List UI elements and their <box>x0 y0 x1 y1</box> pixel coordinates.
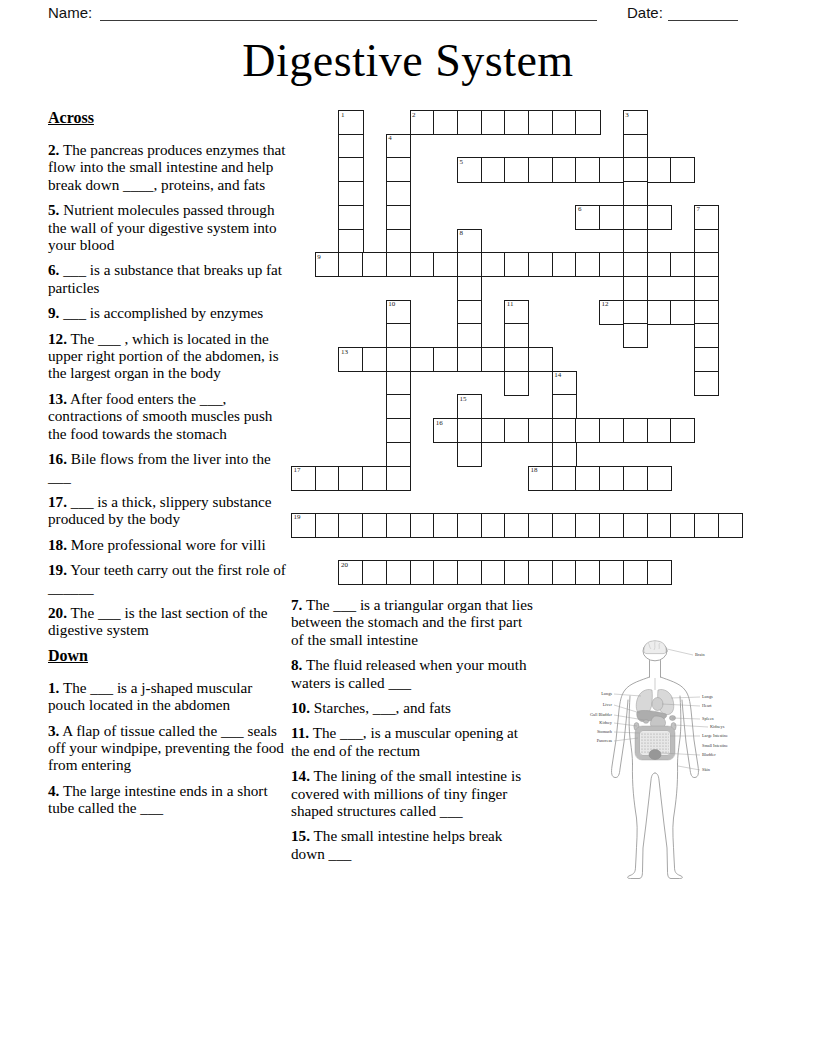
grid-cell-r10c17[interactable] <box>694 347 719 372</box>
diagram-label-pancreas: Pancreas <box>597 738 613 743</box>
diagram-label-lungs: Lungs <box>601 691 612 696</box>
leader-line-lungs <box>614 694 641 696</box>
grid-cell-r17c11[interactable] <box>552 513 577 538</box>
grid-cell-r15c1[interactable] <box>315 466 340 491</box>
grid-cell-r3c2[interactable] <box>338 181 363 206</box>
grid-cell-r14c7[interactable] <box>457 442 482 467</box>
grid-cell-r15c13[interactable] <box>599 466 624 491</box>
cell-number-20: 20 <box>341 562 348 569</box>
grid-cell-r9c14[interactable] <box>623 323 648 348</box>
grid-cell-r2c8[interactable] <box>481 157 506 182</box>
grid-cell-r17c16[interactable] <box>670 513 695 538</box>
grid-cell-r10c6[interactable] <box>433 347 458 372</box>
grid-cell-r0c12[interactable] <box>575 110 600 135</box>
cell-number-4: 4 <box>388 135 392 142</box>
grid-cell-r4c2[interactable] <box>338 205 363 230</box>
leader-line-lungs <box>671 697 700 698</box>
gall-bladder-shape <box>643 720 648 724</box>
grid-cell-r17c13[interactable] <box>599 513 624 538</box>
grid-cell-r17c15[interactable] <box>647 513 672 538</box>
clue-7: 7. The ___ is a triangular organ that li… <box>291 596 535 648</box>
grid-cell-r0c7[interactable] <box>457 110 482 135</box>
diagram-label-kidney: Kidney <box>599 720 613 725</box>
grid-cell-r10c10[interactable] <box>528 347 553 372</box>
grid-cell-r15c15[interactable] <box>647 466 672 491</box>
diagram-label-heart: Heart <box>702 703 712 708</box>
clue-1: 1. The ___ is a j-shaped muscular pouch … <box>48 679 286 714</box>
diagram-label-skin: Skin <box>702 767 711 772</box>
grid-cell-r6c15[interactable] <box>647 252 672 277</box>
clue-19: 19. Your teeth carry out the first role … <box>48 561 286 596</box>
grid-cell-r17c14[interactable] <box>623 513 648 538</box>
clue-10: 10. Starches, ___, and fats <box>291 699 535 716</box>
down-clues-left: 1. The ___ is a j-shaped muscular pouch … <box>48 679 286 817</box>
clue-2: 2. The pancreas produces enzymes that fl… <box>48 141 286 193</box>
grid-cell-r15c3[interactable] <box>362 466 387 491</box>
clue-14: 14. The lining of the small intestine is… <box>291 767 535 819</box>
grid-cell-r0c6[interactable] <box>433 110 458 135</box>
grid-cell-r13c4[interactable] <box>386 418 411 443</box>
grid-cell-r13c12[interactable] <box>575 418 600 443</box>
grid-cell-r19c6[interactable] <box>433 560 458 585</box>
body-figure: LungsLiverGall BladderKidneyStomachPancr… <box>578 634 773 884</box>
grid-cell-r9c7[interactable] <box>457 323 482 348</box>
grid-cell-r19c10[interactable] <box>528 560 553 585</box>
grid-cell-r17c7[interactable] <box>457 513 482 538</box>
grid-cell-r17c6[interactable] <box>433 513 458 538</box>
grid-cell-r12c4[interactable] <box>386 394 411 419</box>
grid-cell-r9c4[interactable] <box>386 323 411 348</box>
leader-line-brain <box>667 649 693 655</box>
grid-cell-r17c10[interactable] <box>528 513 553 538</box>
clue-5: 5. Nutrient molecules passed through the… <box>48 201 286 253</box>
grid-cell-r9c17[interactable] <box>694 323 719 348</box>
grid-cell-r8c17[interactable] <box>694 300 719 325</box>
clue-18: 18. More professional wore for villi <box>48 536 286 553</box>
grid-cell-r17c4[interactable] <box>386 513 411 538</box>
grid-cell-r6c10[interactable] <box>528 252 553 277</box>
cell-number-13: 13 <box>341 349 348 356</box>
grid-cell-r10c9[interactable] <box>504 347 529 372</box>
grid-cell-r19c7[interactable] <box>457 560 482 585</box>
diagram-label-liver: Liver <box>603 702 613 707</box>
clue-15: 15. The small intestine helps break down… <box>291 827 535 862</box>
grid-cell-r19c11[interactable] <box>552 560 577 585</box>
grid-cell-r17c5[interactable] <box>410 513 435 538</box>
clue-4: 4. The large intestine ends in a short t… <box>48 782 286 817</box>
clue-6: 6. ___ is a substance that breaks up fat… <box>48 261 286 296</box>
grid-cell-r17c1[interactable] <box>315 513 340 538</box>
diagram-label-brain: Brain <box>695 652 705 657</box>
grid-cell-r17c18[interactable] <box>718 513 743 538</box>
grid-cell-r15c4[interactable] <box>386 466 411 491</box>
grid-cell-r13c11[interactable] <box>552 418 577 443</box>
grid-cell-r6c6[interactable] <box>433 252 458 277</box>
cell-number-1: 1 <box>341 112 345 119</box>
grid-cell-r1c14[interactable] <box>623 134 648 159</box>
grid-cell-r17c17[interactable] <box>694 513 719 538</box>
grid-cell-r3c14[interactable] <box>623 181 648 206</box>
grid-cell-r17c3[interactable] <box>362 513 387 538</box>
grid-cell-r6c9[interactable] <box>504 252 529 277</box>
down-header: Down <box>48 647 88 665</box>
organs <box>634 678 676 760</box>
grid-cell-r6c2[interactable] <box>338 252 363 277</box>
cell-number-14: 14 <box>554 372 561 379</box>
grid-cell-r13c10[interactable] <box>528 418 553 443</box>
grid-cell-r19c9[interactable] <box>504 560 529 585</box>
grid-cell-r4c14[interactable] <box>623 205 648 230</box>
grid-cell-r13c15[interactable] <box>647 418 672 443</box>
clue-20: 20. The ___ is the last section of the d… <box>48 604 286 639</box>
grid-cell-r0c8[interactable] <box>481 110 506 135</box>
cell-number-19: 19 <box>294 514 301 521</box>
cell-number-18: 18 <box>531 467 538 474</box>
grid-cell-r2c11[interactable] <box>552 157 577 182</box>
grid-cell-r13c13[interactable] <box>599 418 624 443</box>
diagram-label-bladder: Bladder <box>702 752 716 757</box>
date-input-line[interactable] <box>668 20 738 21</box>
grid-cell-r0c9[interactable] <box>504 110 529 135</box>
across-clues: 2. The pancreas produces enzymes that fl… <box>48 141 286 639</box>
grid-cell-r13c14[interactable] <box>623 418 648 443</box>
grid-cell-r12c11[interactable] <box>552 394 577 419</box>
page-title: Digestive System <box>0 34 816 87</box>
grid-cell-r2c2[interactable] <box>338 157 363 182</box>
leader-line-spleen <box>672 718 700 719</box>
grid-cell-r15c12[interactable] <box>575 466 600 491</box>
diagram-label-gall-bladder: Gall Bladder <box>590 712 613 717</box>
grid-cell-r10c7[interactable] <box>457 347 482 372</box>
grid-cell-r5c2[interactable] <box>338 229 363 254</box>
grid-cell-r17c8[interactable] <box>481 513 506 538</box>
grid-cell-r6c11[interactable] <box>552 252 577 277</box>
grid-cell-r11c9[interactable] <box>504 371 529 396</box>
grid-cell-r2c9[interactable] <box>504 157 529 182</box>
grid-cell-r14c11[interactable] <box>552 442 577 467</box>
grid-cell-r0c11[interactable] <box>552 110 577 135</box>
grid-cell-r6c3[interactable] <box>362 252 387 277</box>
diagram-label-kidneys: Kidneys <box>710 724 725 729</box>
cell-number-5: 5 <box>459 159 463 166</box>
cell-number-12: 12 <box>602 301 609 308</box>
worksheet-page: Name: Date: Digestive System 12345678910… <box>0 0 816 1056</box>
grid-cell-r7c7[interactable] <box>457 276 482 301</box>
grid-cell-r10c4[interactable] <box>386 347 411 372</box>
diagram-label-spleen: Spleen <box>702 716 715 721</box>
grid-cell-r19c5[interactable] <box>410 560 435 585</box>
grid-cell-r1c2[interactable] <box>338 134 363 159</box>
grid-cell-r19c4[interactable] <box>386 560 411 585</box>
cell-number-15: 15 <box>459 396 466 403</box>
grid-cell-r6c5[interactable] <box>410 252 435 277</box>
cell-number-7: 7 <box>696 206 700 213</box>
cell-number-16: 16 <box>436 420 443 427</box>
grid-cell-r19c8[interactable] <box>481 560 506 585</box>
cell-number-11: 11 <box>507 301 514 308</box>
leader-line-pancreas <box>614 738 638 741</box>
diagram-label-large-intestine: Large Intestine <box>702 733 728 738</box>
grid-cell-r2c14[interactable] <box>623 157 648 182</box>
grid-cell-r19c14[interactable] <box>623 560 648 585</box>
grid-cell-r6c13[interactable] <box>599 252 624 277</box>
grid-cell-r7c14[interactable] <box>623 276 648 301</box>
grid-cell-r15c11[interactable] <box>552 466 577 491</box>
cell-number-8: 8 <box>459 230 463 237</box>
crossword-grid: 1234567891011121314151617181920 <box>291 110 743 586</box>
grid-cell-r0c10[interactable] <box>528 110 553 135</box>
cell-number-17: 17 <box>294 467 301 474</box>
cell-number-9: 9 <box>317 254 321 261</box>
diagram-label-lungs: Lungs <box>702 694 713 699</box>
date-label: Date: <box>627 4 663 21</box>
grid-cell-r7c17[interactable] <box>694 276 719 301</box>
grid-cell-r3c4[interactable] <box>386 181 411 206</box>
diagram-label-stomach: Stomach <box>597 729 613 734</box>
grid-cell-r2c4[interactable] <box>386 157 411 182</box>
grid-cell-r11c17[interactable] <box>694 371 719 396</box>
left-clue-column: Across 2. The pancreas produces enzymes … <box>48 109 286 825</box>
grid-cell-r5c17[interactable] <box>694 229 719 254</box>
grid-cell-r6c4[interactable] <box>386 252 411 277</box>
grid-cell-r6c8[interactable] <box>481 252 506 277</box>
grid-cell-r8c16[interactable] <box>670 300 695 325</box>
bladder-shape <box>649 750 661 760</box>
clue-17: 17. ___ is a thick, slippery substance p… <box>48 493 286 528</box>
diagram-label-small-intestine: Small Intestine <box>702 743 728 748</box>
grid-cell-r2c13[interactable] <box>599 157 624 182</box>
grid-cell-r5c14[interactable] <box>623 229 648 254</box>
grid-cell-r13c7[interactable] <box>457 418 482 443</box>
clue-13: 13. After food enters the ___, contracti… <box>48 390 286 442</box>
heart-shape <box>652 698 663 711</box>
clue-3: 3. A flap of tissue called the ___ seals… <box>48 722 286 774</box>
grid-cell-r8c7[interactable] <box>457 300 482 325</box>
grid-cell-r15c14[interactable] <box>623 466 648 491</box>
grid-cell-r8c14[interactable] <box>623 300 648 325</box>
grid-cell-r9c9[interactable] <box>504 323 529 348</box>
grid-cell-r19c3[interactable] <box>362 560 387 585</box>
middle-clue-column: 7. The ___ is a triangular organ that li… <box>291 596 535 870</box>
grid-cell-r6c14[interactable] <box>623 252 648 277</box>
grid-cell-r19c15[interactable] <box>647 560 672 585</box>
leader-line-skin <box>678 766 700 770</box>
grid-cell-r17c2[interactable] <box>338 513 363 538</box>
name-label: Name: <box>48 4 92 21</box>
clue-9: 9. ___ is accomplished by enzymes <box>48 304 286 321</box>
cell-number-2: 2 <box>412 112 416 119</box>
grid-cell-r6c7[interactable] <box>457 252 482 277</box>
clue-16: 16. Bile flows from the liver into the _… <box>48 450 286 485</box>
grid-cell-r2c12[interactable] <box>575 157 600 182</box>
grid-cell-r6c17[interactable] <box>694 252 719 277</box>
grid-cell-r6c12[interactable] <box>575 252 600 277</box>
cell-number-6: 6 <box>578 206 582 213</box>
grid-cell-r6c16[interactable] <box>670 252 695 277</box>
grid-cell-r4c13[interactable] <box>599 205 624 230</box>
grid-cell-r2c15[interactable] <box>647 157 672 182</box>
down-clues-middle: 7. The ___ is a triangular organ that li… <box>291 596 535 862</box>
cell-number-3: 3 <box>625 112 629 119</box>
grid-cell-r17c12[interactable] <box>575 513 600 538</box>
grid-cell-r13c9[interactable] <box>504 418 529 443</box>
leader-line-kidneys <box>674 725 708 727</box>
grid-cell-r2c16[interactable] <box>670 157 695 182</box>
grid-cell-r19c13[interactable] <box>599 560 624 585</box>
grid-cell-r13c8[interactable] <box>481 418 506 443</box>
clue-8: 8. The fluid released when your mouth wa… <box>291 656 535 691</box>
cell-number-10: 10 <box>388 301 395 308</box>
clue-11: 11. The ___, is a muscular opening at th… <box>291 724 535 759</box>
grid-cell-r15c2[interactable] <box>338 466 363 491</box>
grid-cell-r10c3[interactable] <box>362 347 387 372</box>
grid-cell-r19c12[interactable] <box>575 560 600 585</box>
across-header: Across <box>48 109 94 127</box>
grid-cell-r13c16[interactable] <box>670 418 695 443</box>
grid-cell-r11c4[interactable] <box>386 371 411 396</box>
grid-cell-r2c10[interactable] <box>528 157 553 182</box>
grid-cell-r17c9[interactable] <box>504 513 529 538</box>
grid-cell-r14c4[interactable] <box>386 442 411 467</box>
grid-cell-r4c4[interactable] <box>386 205 411 230</box>
grid-cell-r4c15[interactable] <box>647 205 672 230</box>
name-input-line[interactable] <box>100 20 597 21</box>
grid-cell-r5c4[interactable] <box>386 229 411 254</box>
grid-cell-r8c15[interactable] <box>647 300 672 325</box>
clue-12: 12. The ___ , which is located in the up… <box>48 330 286 382</box>
grid-cell-r10c8[interactable] <box>481 347 506 372</box>
grid-cell-r10c5[interactable] <box>410 347 435 372</box>
